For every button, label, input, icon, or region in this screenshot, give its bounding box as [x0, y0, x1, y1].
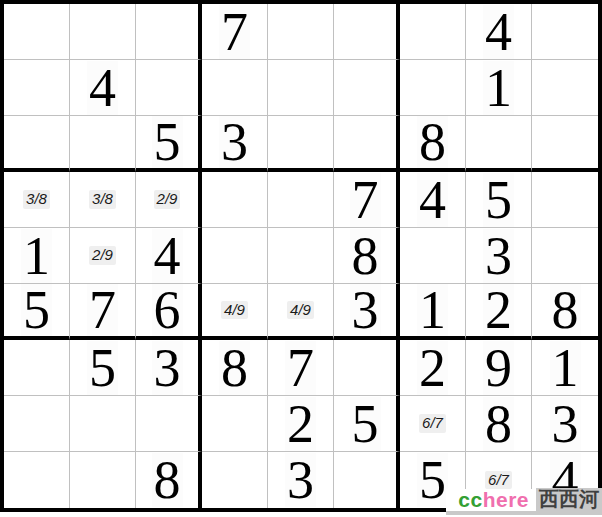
digit: 8 — [350, 229, 381, 283]
digit: 7 — [285, 341, 316, 395]
cell-r4c7: 4 — [400, 172, 466, 228]
cell-r5c8: 3 — [466, 228, 532, 284]
cell-r3c7: 8 — [400, 116, 466, 172]
cell-r7c7: 2 — [400, 340, 466, 396]
cell-r5c5 — [268, 228, 334, 284]
cell-r7c6 — [334, 340, 400, 396]
cell-r3c1 — [4, 116, 70, 172]
cell-r8c6: 5 — [334, 396, 400, 452]
cell-r3c6 — [334, 116, 400, 172]
cell-r7c9: 1 — [532, 340, 598, 396]
cell-r7c1 — [4, 340, 70, 396]
digit: 5 — [87, 341, 118, 395]
cell-r8c7: 6/7 — [400, 396, 466, 452]
cell-r6c3: 6 — [136, 284, 202, 340]
digit: 8 — [417, 116, 448, 169]
cell-r5c2: 2/9 — [70, 228, 136, 284]
digit: 2 — [417, 341, 448, 395]
watermark: cchere西西河 — [446, 489, 602, 515]
digit: 5 — [483, 173, 514, 227]
cell-r8c8: 8 — [466, 396, 532, 452]
cell-r4c9 — [532, 172, 598, 228]
cell-r4c2: 3/8 — [70, 172, 136, 228]
digit: 5 — [417, 453, 448, 507]
cell-r3c5 — [268, 116, 334, 172]
digit: 2 — [483, 284, 514, 337]
cell-r1c5 — [268, 4, 334, 60]
digit: 8 — [483, 397, 514, 451]
cell-r9c2 — [70, 452, 136, 508]
digit: 1 — [483, 61, 514, 115]
cell-r6c8: 2 — [466, 284, 532, 340]
cell-r6c9: 8 — [532, 284, 598, 340]
cell-r2c1 — [4, 60, 70, 116]
cell-r6c5: 4/9 — [268, 284, 334, 340]
digit: 4 — [87, 61, 118, 115]
digit: 1 — [550, 341, 581, 395]
cell-r9c3: 8 — [136, 452, 202, 508]
cell-r3c2 — [70, 116, 136, 172]
pencil-marks: 2/9 — [154, 190, 181, 209]
digit: 1 — [417, 284, 448, 337]
digit: 3 — [285, 453, 316, 507]
cell-r2c6 — [334, 60, 400, 116]
cell-r2c7 — [400, 60, 466, 116]
cell-r8c9: 3 — [532, 396, 598, 452]
cell-r6c2: 7 — [70, 284, 136, 340]
cell-r9c5: 3 — [268, 452, 334, 508]
digit: 8 — [219, 341, 250, 395]
cell-r4c6: 7 — [334, 172, 400, 228]
digit: 3 — [219, 116, 250, 169]
cell-r8c3 — [136, 396, 202, 452]
digit: 4 — [483, 5, 514, 59]
cell-r8c1 — [4, 396, 70, 452]
pencil-marks: 4/9 — [221, 301, 248, 320]
cell-r5c1: 1 — [4, 228, 70, 284]
digit: 1 — [21, 229, 52, 283]
pencil-marks: 4/9 — [287, 301, 314, 320]
digit: 2 — [285, 397, 316, 451]
cell-r4c5 — [268, 172, 334, 228]
cell-r5c3: 4 — [136, 228, 202, 284]
cell-r1c7 — [400, 4, 466, 60]
watermark-here: here — [483, 489, 529, 511]
cell-r6c4: 4/9 — [202, 284, 268, 340]
cell-r1c1 — [4, 4, 70, 60]
cell-r9c6 — [334, 452, 400, 508]
cell-r1c8: 4 — [466, 4, 532, 60]
digit: 4 — [152, 229, 183, 283]
cell-r3c4: 3 — [202, 116, 268, 172]
cell-r9c4 — [202, 452, 268, 508]
cell-r2c9 — [532, 60, 598, 116]
cell-r5c9 — [532, 228, 598, 284]
cell-r2c8: 1 — [466, 60, 532, 116]
cell-r7c2: 5 — [70, 340, 136, 396]
pencil-marks: 3/8 — [89, 190, 116, 209]
cell-r7c5: 7 — [268, 340, 334, 396]
digit: 7 — [350, 173, 381, 227]
digit: 5 — [350, 397, 381, 451]
digit: 8 — [152, 453, 183, 507]
watermark-site: 西西河 — [536, 488, 602, 512]
digit: 3 — [350, 284, 381, 337]
screenshot-root: 74415383/83/82/974512/94835764/94/931285… — [0, 0, 602, 517]
cell-r8c2 — [70, 396, 136, 452]
cell-r7c8: 9 — [466, 340, 532, 396]
cell-r5c6: 8 — [334, 228, 400, 284]
digit: 7 — [87, 284, 118, 337]
cell-r1c6 — [334, 4, 400, 60]
cell-r5c7 — [400, 228, 466, 284]
cell-r1c9 — [532, 4, 598, 60]
cell-r6c7: 1 — [400, 284, 466, 340]
sudoku-board: 74415383/83/82/974512/94835764/94/931285… — [0, 0, 602, 512]
digit: 6 — [152, 284, 183, 337]
cell-r4c3: 2/9 — [136, 172, 202, 228]
pencil-marks: 2/9 — [89, 246, 116, 265]
cell-r3c3: 5 — [136, 116, 202, 172]
cell-r6c6: 3 — [334, 284, 400, 340]
pencil-marks: 3/8 — [23, 190, 50, 209]
cell-r4c8: 5 — [466, 172, 532, 228]
cell-r2c5 — [268, 60, 334, 116]
cell-r4c1: 3/8 — [4, 172, 70, 228]
digit: 4 — [417, 173, 448, 227]
cell-r6c1: 5 — [4, 284, 70, 340]
digit: 3 — [152, 341, 183, 395]
digit: 9 — [483, 341, 514, 395]
cell-r3c8 — [466, 116, 532, 172]
cell-r4c4 — [202, 172, 268, 228]
cell-r2c4 — [202, 60, 268, 116]
digit: 7 — [219, 5, 250, 59]
cell-r2c2: 4 — [70, 60, 136, 116]
cell-r7c4: 8 — [202, 340, 268, 396]
digit: 5 — [152, 116, 183, 169]
cell-r1c2 — [70, 4, 136, 60]
cell-r9c1 — [4, 452, 70, 508]
digit: 8 — [550, 284, 581, 337]
cell-r8c5: 2 — [268, 396, 334, 452]
cell-r8c4 — [202, 396, 268, 452]
pencil-marks: 6/7 — [485, 471, 512, 490]
cell-r2c3 — [136, 60, 202, 116]
digit: 5 — [21, 284, 52, 337]
cell-r7c3: 3 — [136, 340, 202, 396]
cell-r3c9 — [532, 116, 598, 172]
digit: 3 — [550, 397, 581, 451]
cell-r1c4: 7 — [202, 4, 268, 60]
pencil-marks: 6/7 — [419, 414, 446, 433]
cell-r5c4 — [202, 228, 268, 284]
digit: 3 — [483, 229, 514, 283]
watermark-cc: cc — [458, 489, 482, 511]
cell-r1c3 — [136, 4, 202, 60]
